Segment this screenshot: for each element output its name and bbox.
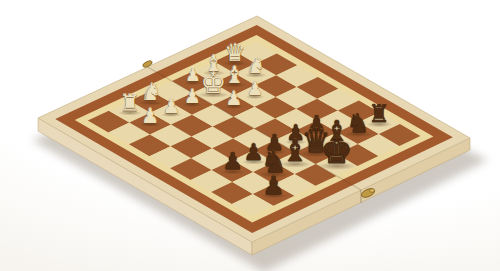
brass-latch-knob: [369, 189, 374, 193]
chess-board: [0, 0, 500, 271]
chess-set-photo: ♛♝♞♟♝♚♟♞♟♟♜♟♜♟♟♞♟♝♟♛♟♝♚♟♞♟: [0, 0, 500, 271]
